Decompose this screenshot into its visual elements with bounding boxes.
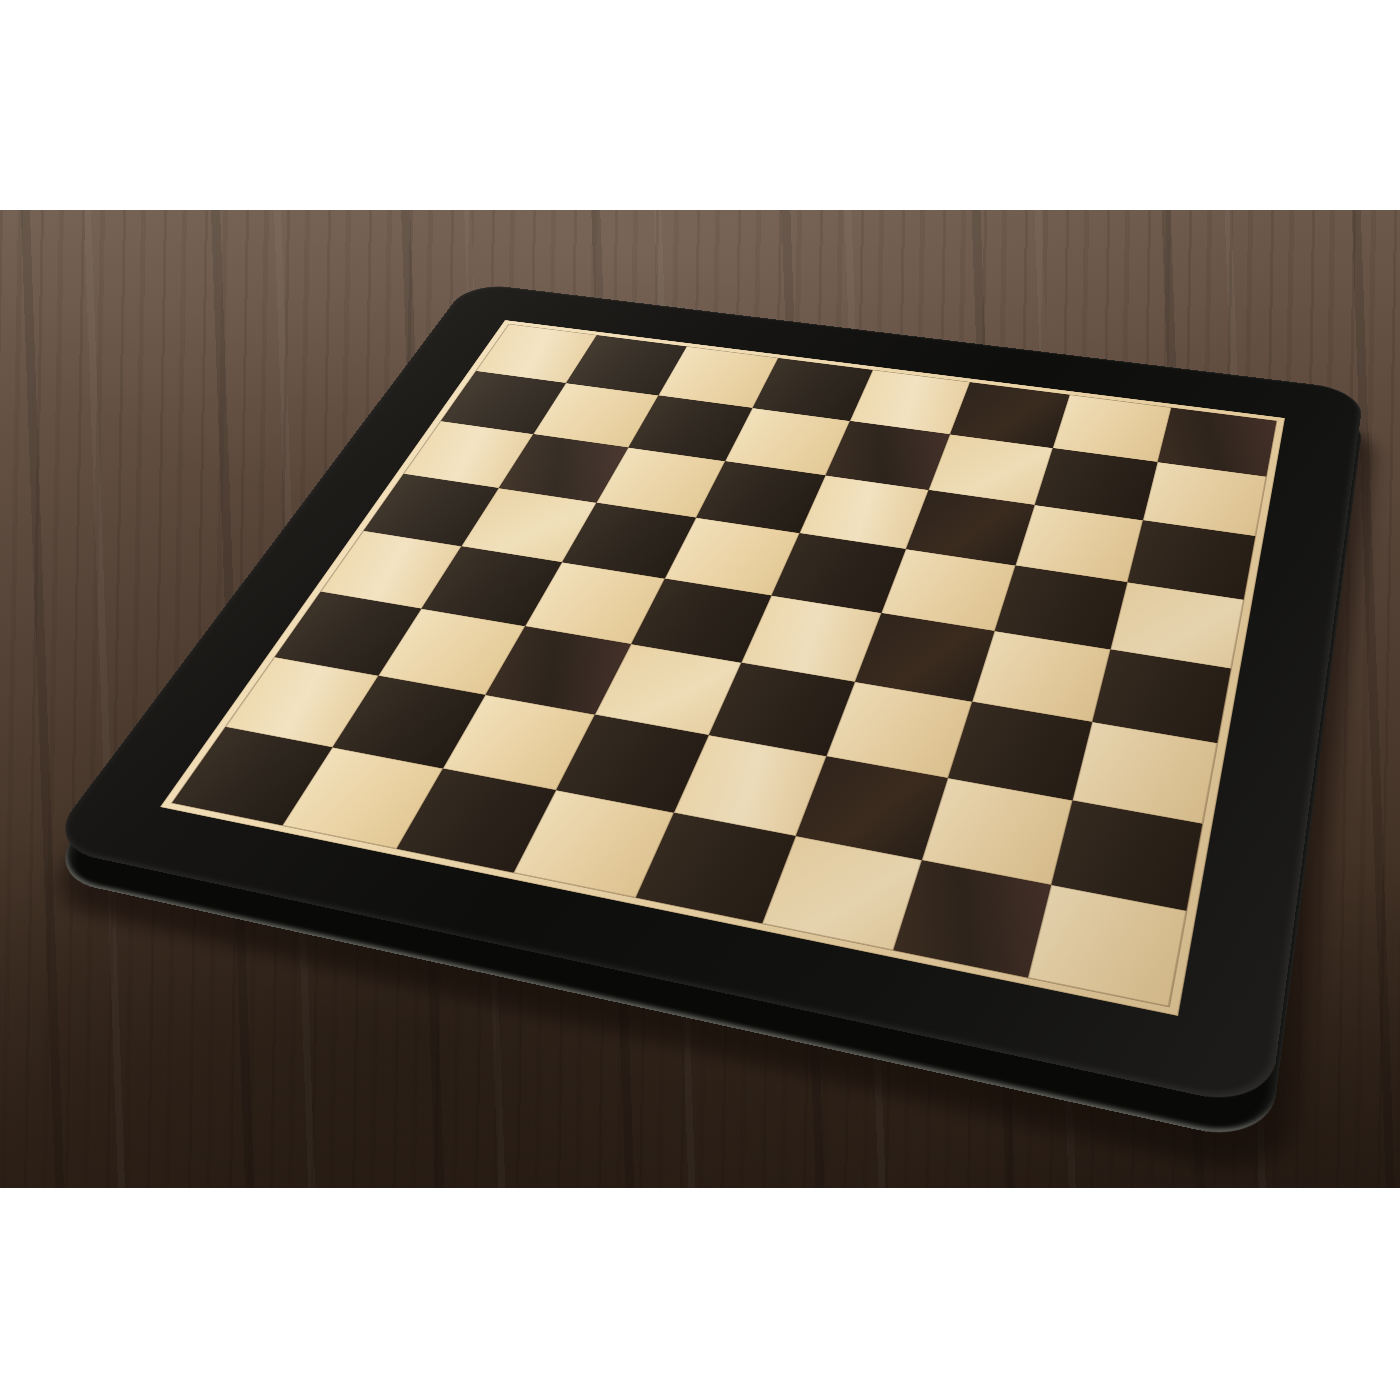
white-margin-top: [0, 0, 1400, 210]
white-margin-bottom: [0, 1188, 1400, 1400]
product-photo-scene: [0, 0, 1400, 1400]
